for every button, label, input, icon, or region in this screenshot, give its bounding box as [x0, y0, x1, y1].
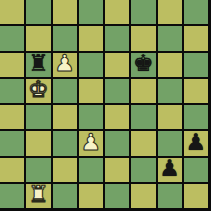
- square-b2[interactable]: [26, 158, 50, 182]
- black-pawn[interactable]: ♟: [159, 158, 180, 181]
- square-f6[interactable]: ♚: [131, 53, 155, 77]
- white-king[interactable]: ♚: [28, 79, 49, 102]
- square-d6[interactable]: [79, 53, 103, 77]
- square-a3[interactable]: [0, 131, 24, 155]
- black-pawn[interactable]: ♟: [186, 131, 207, 154]
- square-c2[interactable]: [53, 158, 77, 182]
- square-f1[interactable]: [131, 184, 155, 208]
- black-king[interactable]: ♚: [133, 53, 154, 76]
- black-rook[interactable]: ♜: [28, 53, 49, 76]
- square-g5[interactable]: [158, 79, 182, 103]
- square-d1[interactable]: [79, 184, 103, 208]
- square-h1[interactable]: [184, 184, 208, 208]
- square-b8[interactable]: [26, 0, 50, 24]
- square-c4[interactable]: [53, 105, 77, 129]
- square-a5[interactable]: [0, 79, 24, 103]
- square-d4[interactable]: [79, 105, 103, 129]
- chess-board: ♜♟♚♚♟♟♟♜: [0, 0, 211, 211]
- square-a4[interactable]: [0, 105, 24, 129]
- square-c1[interactable]: [53, 184, 77, 208]
- square-a2[interactable]: [0, 158, 24, 182]
- square-f8[interactable]: [131, 0, 155, 24]
- square-f2[interactable]: [131, 158, 155, 182]
- square-g2[interactable]: ♟: [158, 158, 182, 182]
- square-g1[interactable]: [158, 184, 182, 208]
- square-c7[interactable]: [53, 26, 77, 50]
- white-pawn[interactable]: ♟: [54, 53, 75, 76]
- square-h8[interactable]: [184, 0, 208, 24]
- square-f3[interactable]: [131, 131, 155, 155]
- square-h3[interactable]: ♟: [184, 131, 208, 155]
- square-e3[interactable]: [105, 131, 129, 155]
- square-b6[interactable]: ♜: [26, 53, 50, 77]
- square-d8[interactable]: [79, 0, 103, 24]
- square-b1[interactable]: ♜: [26, 184, 50, 208]
- square-a8[interactable]: [0, 0, 24, 24]
- square-f5[interactable]: [131, 79, 155, 103]
- square-f4[interactable]: [131, 105, 155, 129]
- square-e2[interactable]: [105, 158, 129, 182]
- white-pawn[interactable]: ♟: [81, 131, 102, 154]
- square-a7[interactable]: [0, 26, 24, 50]
- square-g7[interactable]: [158, 26, 182, 50]
- square-g6[interactable]: [158, 53, 182, 77]
- square-e8[interactable]: [105, 0, 129, 24]
- square-c8[interactable]: [53, 0, 77, 24]
- square-h4[interactable]: [184, 105, 208, 129]
- square-b5[interactable]: ♚: [26, 79, 50, 103]
- square-b7[interactable]: [26, 26, 50, 50]
- screenshot-stage: ♜♟♚♚♟♟♟♜: [0, 0, 211, 211]
- square-h2[interactable]: [184, 158, 208, 182]
- square-a6[interactable]: [0, 53, 24, 77]
- square-a1[interactable]: [0, 184, 24, 208]
- square-d2[interactable]: [79, 158, 103, 182]
- square-c3[interactable]: [53, 131, 77, 155]
- square-b3[interactable]: [26, 131, 50, 155]
- square-f7[interactable]: [131, 26, 155, 50]
- square-e6[interactable]: [105, 53, 129, 77]
- square-e1[interactable]: [105, 184, 129, 208]
- square-h7[interactable]: [184, 26, 208, 50]
- square-g3[interactable]: [158, 131, 182, 155]
- square-g8[interactable]: [158, 0, 182, 24]
- square-c5[interactable]: [53, 79, 77, 103]
- square-g4[interactable]: [158, 105, 182, 129]
- square-d7[interactable]: [79, 26, 103, 50]
- square-b4[interactable]: [26, 105, 50, 129]
- square-e5[interactable]: [105, 79, 129, 103]
- square-e4[interactable]: [105, 105, 129, 129]
- square-c6[interactable]: ♟: [53, 53, 77, 77]
- square-d5[interactable]: [79, 79, 103, 103]
- square-d3[interactable]: ♟: [79, 131, 103, 155]
- square-e7[interactable]: [105, 26, 129, 50]
- white-rook[interactable]: ♜: [28, 184, 49, 207]
- square-h6[interactable]: [184, 53, 208, 77]
- square-h5[interactable]: [184, 79, 208, 103]
